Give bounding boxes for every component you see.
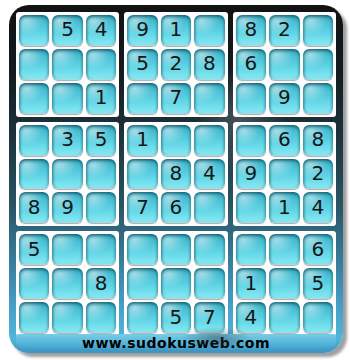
cell-r7c3[interactable] — [86, 234, 116, 265]
cell-value: 6 — [311, 239, 324, 259]
cell-value: 8 — [28, 197, 41, 217]
cell-r9c4[interactable] — [127, 302, 157, 333]
cell-value: 4 — [95, 19, 108, 39]
box-7: 58 — [16, 231, 119, 336]
cell-value: 5 — [61, 19, 74, 39]
box-3: 8269 — [233, 12, 336, 117]
cell-r9c1[interactable] — [19, 302, 49, 333]
cell-r7c7[interactable] — [236, 234, 266, 265]
cell-value: 2 — [311, 163, 324, 183]
cell-r7c2[interactable] — [52, 234, 82, 265]
cell-value: 1 — [136, 129, 149, 149]
box-5: 18476 — [124, 122, 227, 227]
cell-r8c6[interactable] — [194, 268, 224, 299]
cell-r7c9: 6 — [303, 234, 333, 265]
cell-value: 5 — [95, 129, 108, 149]
cell-r5c1[interactable] — [19, 159, 49, 190]
cell-value: 5 — [28, 239, 41, 259]
cell-r8c1[interactable] — [19, 268, 49, 299]
boxes-grid: 541915287826935891847668921458576154 — [16, 12, 336, 336]
cell-value: 6 — [170, 197, 183, 217]
cell-value: 2 — [278, 19, 291, 39]
cell-value: 5 — [136, 53, 149, 73]
cell-r4c3: 5 — [86, 125, 116, 156]
cell-value: 6 — [245, 53, 258, 73]
cell-value: 1 — [245, 273, 258, 293]
cell-r2c4: 5 — [127, 49, 157, 80]
cell-value: 1 — [170, 19, 183, 39]
cell-r1c9[interactable] — [303, 15, 333, 46]
cell-r8c9: 5 — [303, 268, 333, 299]
cell-r4c1[interactable] — [19, 125, 49, 156]
cell-r1c1[interactable] — [19, 15, 49, 46]
box-9: 6154 — [233, 231, 336, 336]
sudoku-board-frame: 541915287826935891847668921458576154 www… — [9, 5, 343, 353]
cell-value: 9 — [136, 19, 149, 39]
cell-r4c9: 8 — [303, 125, 333, 156]
cell-r8c2[interactable] — [52, 268, 82, 299]
cell-r9c3[interactable] — [86, 302, 116, 333]
cell-value: 8 — [245, 19, 258, 39]
background-smudge — [169, 323, 264, 353]
cell-r2c8[interactable] — [269, 49, 299, 80]
cell-r6c2: 9 — [52, 192, 82, 223]
cell-r2c5: 2 — [161, 49, 191, 80]
cell-r9c9[interactable] — [303, 302, 333, 333]
cell-value: 9 — [278, 87, 291, 107]
cell-r3c2[interactable] — [52, 83, 82, 114]
cell-r5c5: 8 — [161, 159, 191, 190]
cell-value: 8 — [203, 53, 216, 73]
cell-r9c2[interactable] — [52, 302, 82, 333]
cell-r2c3[interactable] — [86, 49, 116, 80]
cell-r2c1[interactable] — [19, 49, 49, 80]
box-6: 689214 — [233, 122, 336, 227]
cell-r6c3[interactable] — [86, 192, 116, 223]
cell-r8c5[interactable] — [161, 268, 191, 299]
cell-r4c8: 6 — [269, 125, 299, 156]
box-8: 57 — [124, 231, 227, 336]
cell-r6c1: 8 — [19, 192, 49, 223]
cell-r6c9: 4 — [303, 192, 333, 223]
cell-r7c4[interactable] — [127, 234, 157, 265]
cell-r5c9: 2 — [303, 159, 333, 190]
box-4: 3589 — [16, 122, 119, 227]
cell-r3c7[interactable] — [236, 83, 266, 114]
cell-r9c8[interactable] — [269, 302, 299, 333]
cell-value: 3 — [61, 129, 74, 149]
cell-r5c7: 9 — [236, 159, 266, 190]
cell-r2c9[interactable] — [303, 49, 333, 80]
cell-r4c2: 3 — [52, 125, 82, 156]
cell-r4c6[interactable] — [194, 125, 224, 156]
cell-r8c7: 1 — [236, 268, 266, 299]
cell-value: 4 — [203, 163, 216, 183]
cell-r3c4[interactable] — [127, 83, 157, 114]
cell-value: 8 — [311, 129, 324, 149]
cell-value: 8 — [170, 163, 183, 183]
cell-r5c4[interactable] — [127, 159, 157, 190]
cell-r1c4: 9 — [127, 15, 157, 46]
cell-r1c8: 2 — [269, 15, 299, 46]
cell-r4c5[interactable] — [161, 125, 191, 156]
cell-r1c3: 4 — [86, 15, 116, 46]
cell-r2c2[interactable] — [52, 49, 82, 80]
cell-r6c6[interactable] — [194, 192, 224, 223]
cell-r1c5: 1 — [161, 15, 191, 46]
cell-r1c7: 8 — [236, 15, 266, 46]
cell-r7c6[interactable] — [194, 234, 224, 265]
cell-r4c4: 1 — [127, 125, 157, 156]
cell-r5c8[interactable] — [269, 159, 299, 190]
box-2: 915287 — [124, 12, 227, 117]
cell-r1c6[interactable] — [194, 15, 224, 46]
cell-r3c9[interactable] — [303, 83, 333, 114]
cell-r3c8: 9 — [269, 83, 299, 114]
cell-r6c4: 7 — [127, 192, 157, 223]
cell-r7c8[interactable] — [269, 234, 299, 265]
cell-r7c5[interactable] — [161, 234, 191, 265]
cell-r6c8: 1 — [269, 192, 299, 223]
box-1: 541 — [16, 12, 119, 117]
cell-r3c5: 7 — [161, 83, 191, 114]
cell-r3c3: 1 — [86, 83, 116, 114]
cell-r8c4[interactable] — [127, 268, 157, 299]
page: 541915287826935891847668921458576154 www… — [0, 0, 350, 360]
cell-r2c6: 8 — [194, 49, 224, 80]
cell-r5c3[interactable] — [86, 159, 116, 190]
cell-r3c6[interactable] — [194, 83, 224, 114]
cell-value: 1 — [278, 197, 291, 217]
cell-value: 9 — [245, 163, 258, 183]
cell-r6c7[interactable] — [236, 192, 266, 223]
cell-r5c2[interactable] — [52, 159, 82, 190]
cell-value: 9 — [61, 197, 74, 217]
cell-r5c6: 4 — [194, 159, 224, 190]
cell-r1c2: 5 — [52, 15, 82, 46]
cell-r4c7[interactable] — [236, 125, 266, 156]
cell-value: 5 — [311, 273, 324, 293]
cell-r6c5: 6 — [161, 192, 191, 223]
cell-value: 4 — [311, 197, 324, 217]
cell-r8c8[interactable] — [269, 268, 299, 299]
cell-r2c7: 6 — [236, 49, 266, 80]
cell-value: 1 — [95, 87, 108, 107]
cell-value: 7 — [170, 87, 183, 107]
cell-value: 8 — [95, 273, 108, 293]
cell-r8c3: 8 — [86, 268, 116, 299]
cell-r7c1: 5 — [19, 234, 49, 265]
cell-value: 6 — [278, 129, 291, 149]
cell-value: 7 — [136, 197, 149, 217]
cell-r3c1[interactable] — [19, 83, 49, 114]
cell-value: 2 — [170, 53, 183, 73]
